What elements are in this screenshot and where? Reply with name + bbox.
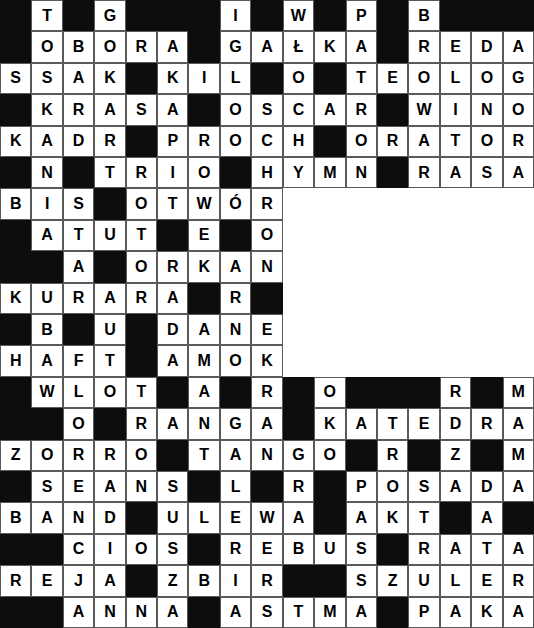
block-cell-r14c10: [283, 408, 314, 439]
letter-cell-r14c6[interactable]: A: [157, 408, 188, 439]
letter-cell-r16c5[interactable]: N: [126, 471, 157, 502]
letter-cell-r19c14[interactable]: U: [408, 565, 439, 596]
letter-cell-r9c3[interactable]: A: [63, 251, 94, 282]
letter-cell-r18c17[interactable]: A: [503, 534, 534, 565]
letter-cell-r20c15[interactable]: A: [440, 597, 471, 628]
letter-cell-r19c9[interactable]: R: [251, 565, 282, 596]
block-cell-r2c7: [188, 31, 219, 62]
letter-cell-r14c3[interactable]: O: [63, 408, 94, 439]
block-cell-r1c16: [471, 0, 502, 31]
letter-cell-r15c1[interactable]: Z: [0, 440, 31, 471]
letter-cell-r3c2[interactable]: S: [31, 63, 62, 94]
letter-cell-r8c9[interactable]: O: [251, 220, 282, 251]
letter-cell-r4c3[interactable]: R: [63, 94, 94, 125]
block-cell-r1c15: [440, 0, 471, 31]
void-cell: [408, 188, 439, 219]
letter-cell-r8c7[interactable]: E: [188, 220, 219, 251]
letter-cell-r16c10[interactable]: R: [283, 471, 314, 502]
letter-cell-r3c8[interactable]: L: [220, 63, 251, 94]
letter-cell-r5c2[interactable]: A: [31, 126, 62, 157]
letter-cell-r17c7[interactable]: L: [188, 502, 219, 533]
void-cell: [503, 188, 534, 219]
block-cell-r13c8: [220, 377, 251, 408]
letter-cell-r16c13[interactable]: O: [377, 471, 408, 502]
block-cell-r19c10: [283, 565, 314, 596]
letter-cell-r3c1[interactable]: S: [0, 63, 31, 94]
letter-cell-r20c11[interactable]: M: [314, 597, 345, 628]
letter-cell-r16c3[interactable]: E: [63, 471, 94, 502]
void-cell: [440, 251, 471, 282]
void-cell: [346, 283, 377, 314]
block-cell-r9c1: [0, 251, 31, 282]
block-cell-r18c13: [377, 534, 408, 565]
letter-cell-r7c7[interactable]: W: [188, 188, 219, 219]
letter-cell-r17c6[interactable]: U: [157, 502, 188, 533]
block-cell-r15c14: [408, 440, 439, 471]
letter-cell-r6c11[interactable]: M: [314, 157, 345, 188]
letter-cell-r3c12[interactable]: T: [346, 63, 377, 94]
letter-cell-r12c3[interactable]: F: [63, 345, 94, 376]
letter-cell-r10c5[interactable]: R: [126, 283, 157, 314]
letter-cell-r18c4[interactable]: I: [94, 534, 125, 565]
letter-cell-r2c3[interactable]: B: [63, 31, 94, 62]
letter-cell-r6c10[interactable]: Y: [283, 157, 314, 188]
letter-cell-r13c2[interactable]: W: [31, 377, 62, 408]
letter-cell-r9c5[interactable]: O: [126, 251, 157, 282]
block-cell-r16c1: [0, 471, 31, 502]
letter-cell-r14c9[interactable]: A: [251, 408, 282, 439]
letter-cell-r5c10[interactable]: H: [283, 126, 314, 157]
letter-cell-r20c3[interactable]: A: [63, 597, 94, 628]
letter-cell-r14c5[interactable]: R: [126, 408, 157, 439]
letter-cell-r2c15[interactable]: E: [440, 31, 471, 62]
letter-cell-r4c14[interactable]: W: [408, 94, 439, 125]
letter-cell-r17c10[interactable]: A: [283, 502, 314, 533]
letter-cell-r14c8[interactable]: G: [220, 408, 251, 439]
letter-cell-r7c3[interactable]: S: [63, 188, 94, 219]
block-cell-r5c11: [314, 126, 345, 157]
letter-cell-r4c15[interactable]: I: [440, 94, 471, 125]
letter-cell-r2c6[interactable]: A: [157, 31, 188, 62]
letter-cell-r4c10[interactable]: C: [283, 94, 314, 125]
letter-cell-r17c3[interactable]: N: [63, 502, 94, 533]
letter-cell-r1c14[interactable]: B: [408, 0, 439, 31]
letter-cell-r10c8[interactable]: R: [220, 283, 251, 314]
letter-cell-r1c8[interactable]: I: [220, 0, 251, 31]
block-cell-r1c17: [503, 0, 534, 31]
letter-cell-r20c16[interactable]: K: [471, 597, 502, 628]
letter-cell-r13c5[interactable]: T: [126, 377, 157, 408]
letter-cell-r2c9[interactable]: A: [251, 31, 282, 62]
letter-cell-r3c17[interactable]: G: [503, 63, 534, 94]
letter-cell-r7c2[interactable]: I: [31, 188, 62, 219]
letter-cell-r5c3[interactable]: D: [63, 126, 94, 157]
letter-cell-r10c4[interactable]: A: [94, 283, 125, 314]
block-cell-r3c11: [314, 63, 345, 94]
void-cell: [346, 220, 377, 251]
block-cell-r1c3: [63, 0, 94, 31]
letter-cell-r15c4[interactable]: R: [94, 440, 125, 471]
letter-cell-r13c15[interactable]: R: [440, 377, 471, 408]
letter-cell-r5c15[interactable]: T: [440, 126, 471, 157]
letter-cell-r18c11[interactable]: U: [314, 534, 345, 565]
letter-cell-r5c9[interactable]: C: [251, 126, 282, 157]
letter-cell-r5c1[interactable]: K: [0, 126, 31, 157]
block-cell-r10c7: [188, 283, 219, 314]
letter-cell-r18c10[interactable]: B: [283, 534, 314, 565]
letter-cell-r14c14[interactable]: E: [408, 408, 439, 439]
letter-cell-r18c3[interactable]: C: [63, 534, 94, 565]
block-cell-r4c1: [0, 94, 31, 125]
letter-cell-r16c6[interactable]: S: [157, 471, 188, 502]
void-cell: [440, 188, 471, 219]
letter-cell-r4c8[interactable]: O: [220, 94, 251, 125]
letter-cell-r12c6[interactable]: A: [157, 345, 188, 376]
letter-cell-r3c15[interactable]: L: [440, 63, 471, 94]
block-cell-r6c1: [0, 157, 31, 188]
letter-cell-r15c2[interactable]: O: [31, 440, 62, 471]
block-cell-r13c12: [346, 377, 377, 408]
letter-cell-r3c10[interactable]: O: [283, 63, 314, 94]
letter-cell-r11c2[interactable]: B: [31, 314, 62, 345]
letter-cell-r13c3[interactable]: L: [63, 377, 94, 408]
letter-cell-r14c11[interactable]: K: [314, 408, 345, 439]
letter-cell-r19c8[interactable]: I: [220, 565, 251, 596]
letter-cell-r19c17[interactable]: R: [503, 565, 534, 596]
letter-cell-r6c7[interactable]: O: [188, 157, 219, 188]
void-cell: [283, 345, 314, 376]
letter-cell-r5c17[interactable]: R: [503, 126, 534, 157]
letter-cell-r2c8[interactable]: G: [220, 31, 251, 62]
void-cell: [503, 314, 534, 345]
letter-cell-r18c8[interactable]: R: [220, 534, 251, 565]
letter-cell-r6c15[interactable]: A: [440, 157, 471, 188]
letter-cell-r19c13[interactable]: Z: [377, 565, 408, 596]
letter-cell-r12c2[interactable]: A: [31, 345, 62, 376]
letter-cell-r19c7[interactable]: B: [188, 565, 219, 596]
letter-cell-r10c2[interactable]: U: [31, 283, 62, 314]
void-cell: [471, 188, 502, 219]
letter-cell-r19c12[interactable]: S: [346, 565, 377, 596]
block-cell-r15c16: [471, 440, 502, 471]
letter-cell-r18c12[interactable]: S: [346, 534, 377, 565]
letter-cell-r12c7[interactable]: M: [188, 345, 219, 376]
letter-cell-r15c11[interactable]: O: [314, 440, 345, 471]
letter-cell-r3c16[interactable]: O: [471, 63, 502, 94]
letter-cell-r18c16[interactable]: T: [471, 534, 502, 565]
letter-cell-r6c16[interactable]: S: [471, 157, 502, 188]
letter-cell-r5c6[interactable]: P: [157, 126, 188, 157]
letter-cell-r16c4[interactable]: A: [94, 471, 125, 502]
letter-cell-r4c9[interactable]: S: [251, 94, 282, 125]
letter-cell-r17c12[interactable]: A: [346, 502, 377, 533]
void-cell: [283, 220, 314, 251]
block-cell-r13c1: [0, 377, 31, 408]
letter-cell-r14c12[interactable]: A: [346, 408, 377, 439]
letter-cell-r16c15[interactable]: A: [440, 471, 471, 502]
letter-cell-r20c4[interactable]: N: [94, 597, 125, 628]
letter-cell-r3c4[interactable]: K: [94, 63, 125, 94]
letter-cell-r14c13[interactable]: T: [377, 408, 408, 439]
block-cell-r20c7: [188, 597, 219, 628]
block-cell-r13c6: [157, 377, 188, 408]
letter-cell-r10c1[interactable]: K: [0, 283, 31, 314]
letter-cell-r19c2[interactable]: E: [31, 565, 62, 596]
letter-cell-r5c16[interactable]: O: [471, 126, 502, 157]
letter-cell-r18c15[interactable]: A: [440, 534, 471, 565]
letter-cell-r15c15[interactable]: Z: [440, 440, 471, 471]
letter-cell-r2c11[interactable]: K: [314, 31, 345, 62]
letter-cell-r9c6[interactable]: R: [157, 251, 188, 282]
letter-cell-r19c16[interactable]: E: [471, 565, 502, 596]
letter-cell-r20c5[interactable]: N: [126, 597, 157, 628]
letter-cell-r5c4[interactable]: R: [94, 126, 125, 157]
letter-cell-r9c9[interactable]: N: [251, 251, 282, 282]
letter-cell-r16c12[interactable]: P: [346, 471, 377, 502]
letter-cell-r5c13[interactable]: R: [377, 126, 408, 157]
letter-cell-r15c5[interactable]: O: [126, 440, 157, 471]
letter-cell-r20c6[interactable]: A: [157, 597, 188, 628]
void-cell: [283, 314, 314, 345]
letter-cell-r13c4[interactable]: O: [94, 377, 125, 408]
letter-cell-r12c9[interactable]: K: [251, 345, 282, 376]
block-cell-r8c8: [220, 220, 251, 251]
letter-cell-r2c10[interactable]: Ł: [283, 31, 314, 62]
letter-cell-r4c2[interactable]: K: [31, 94, 62, 125]
letter-cell-r19c6[interactable]: Z: [157, 565, 188, 596]
letter-cell-r7c9[interactable]: R: [251, 188, 282, 219]
letter-cell-r2c14[interactable]: R: [408, 31, 439, 62]
void-cell: [346, 314, 377, 345]
letter-cell-r8c4[interactable]: U: [94, 220, 125, 251]
letter-cell-r2c4[interactable]: O: [94, 31, 125, 62]
letter-cell-r11c4[interactable]: U: [94, 314, 125, 345]
letter-cell-r16c16[interactable]: D: [471, 471, 502, 502]
void-cell: [503, 220, 534, 251]
letter-cell-r2c5[interactable]: R: [126, 31, 157, 62]
void-cell: [471, 314, 502, 345]
block-cell-r9c2: [31, 251, 62, 282]
letter-cell-r20c8[interactable]: A: [220, 597, 251, 628]
letter-cell-r6c2[interactable]: N: [31, 157, 62, 188]
block-cell-r18c2: [31, 534, 62, 565]
letter-cell-r4c11[interactable]: A: [314, 94, 345, 125]
letter-cell-r15c13[interactable]: R: [377, 440, 408, 471]
letter-cell-r6c12[interactable]: N: [346, 157, 377, 188]
letter-cell-r7c8[interactable]: Ó: [220, 188, 251, 219]
letter-cell-r1c2[interactable]: T: [31, 0, 62, 31]
letter-cell-r13c17[interactable]: M: [503, 377, 534, 408]
letter-cell-r14c7[interactable]: N: [188, 408, 219, 439]
letter-cell-r13c7[interactable]: A: [188, 377, 219, 408]
letter-cell-r12c8[interactable]: O: [220, 345, 251, 376]
letter-cell-r19c1[interactable]: R: [0, 565, 31, 596]
void-cell: [377, 188, 408, 219]
letter-cell-r15c8[interactable]: A: [220, 440, 251, 471]
block-cell-r12c5: [126, 345, 157, 376]
letter-cell-r17c16[interactable]: A: [471, 502, 502, 533]
letter-cell-r6c17[interactable]: A: [503, 157, 534, 188]
letter-cell-r17c13[interactable]: K: [377, 502, 408, 533]
void-cell: [408, 345, 439, 376]
letter-cell-r10c3[interactable]: R: [63, 283, 94, 314]
letter-cell-r16c2[interactable]: S: [31, 471, 62, 502]
letter-cell-r11c7[interactable]: A: [188, 314, 219, 345]
void-cell: [408, 220, 439, 251]
letter-cell-r8c2[interactable]: A: [31, 220, 62, 251]
letter-cell-r3c14[interactable]: O: [408, 63, 439, 94]
void-cell: [314, 188, 345, 219]
letter-cell-r3c3[interactable]: A: [63, 63, 94, 94]
letter-cell-r4c4[interactable]: A: [94, 94, 125, 125]
letter-cell-r18c5[interactable]: O: [126, 534, 157, 565]
block-cell-r20c1: [0, 597, 31, 628]
letter-cell-r6c6[interactable]: I: [157, 157, 188, 188]
letter-cell-r20c12[interactable]: A: [346, 597, 377, 628]
letter-cell-r15c7[interactable]: T: [188, 440, 219, 471]
letter-cell-r5c12[interactable]: O: [346, 126, 377, 157]
letter-cell-r9c7[interactable]: K: [188, 251, 219, 282]
block-cell-r3c5: [126, 63, 157, 94]
void-cell: [440, 283, 471, 314]
letter-cell-r4c12[interactable]: R: [346, 94, 377, 125]
void-cell: [471, 220, 502, 251]
void-cell: [503, 251, 534, 282]
letter-cell-r11c9[interactable]: E: [251, 314, 282, 345]
block-cell-r17c5: [126, 502, 157, 533]
block-cell-r9c4: [94, 251, 125, 282]
void-cell: [283, 251, 314, 282]
block-cell-r6c8: [220, 157, 251, 188]
letter-cell-r2c17[interactable]: A: [503, 31, 534, 62]
letter-cell-r2c12[interactable]: A: [346, 31, 377, 62]
letter-cell-r14c17[interactable]: A: [503, 408, 534, 439]
letter-cell-r2c2[interactable]: O: [31, 31, 62, 62]
letter-cell-r15c9[interactable]: N: [251, 440, 282, 471]
letter-cell-r5c7[interactable]: R: [188, 126, 219, 157]
letter-cell-r8c5[interactable]: T: [126, 220, 157, 251]
block-cell-r1c1: [0, 0, 31, 31]
letter-cell-r18c9[interactable]: E: [251, 534, 282, 565]
letter-cell-r18c14[interactable]: R: [408, 534, 439, 565]
letter-cell-r11c8[interactable]: N: [220, 314, 251, 345]
letter-cell-r15c10[interactable]: G: [283, 440, 314, 471]
letter-cell-r12c1[interactable]: H: [0, 345, 31, 376]
letter-cell-r7c1[interactable]: B: [0, 188, 31, 219]
letter-cell-r16c8[interactable]: L: [220, 471, 251, 502]
letter-cell-r16c17[interactable]: A: [503, 471, 534, 502]
letter-cell-r19c3[interactable]: J: [63, 565, 94, 596]
block-cell-r4c7: [188, 94, 219, 125]
block-cell-r20c2: [31, 597, 62, 628]
letter-cell-r4c5[interactable]: S: [126, 94, 157, 125]
letter-cell-r13c11[interactable]: O: [314, 377, 345, 408]
block-cell-r20c13: [377, 597, 408, 628]
block-cell-r2c13: [377, 31, 408, 62]
letter-cell-r18c6[interactable]: S: [157, 534, 188, 565]
letter-cell-r17c1[interactable]: B: [0, 502, 31, 533]
void-cell: [346, 188, 377, 219]
letter-cell-r19c4[interactable]: A: [94, 565, 125, 596]
letter-cell-r3c13[interactable]: E: [377, 63, 408, 94]
letter-cell-r17c2[interactable]: A: [31, 502, 62, 533]
letter-cell-r6c9[interactable]: H: [251, 157, 282, 188]
letter-cell-r7c5[interactable]: O: [126, 188, 157, 219]
block-cell-r8c1: [0, 220, 31, 251]
void-cell: [377, 283, 408, 314]
letter-cell-r4c6[interactable]: A: [157, 94, 188, 125]
letter-cell-r3c6[interactable]: K: [157, 63, 188, 94]
letter-cell-r3c7[interactable]: I: [188, 63, 219, 94]
block-cell-r7c4: [94, 188, 125, 219]
void-cell: [314, 345, 345, 376]
letter-cell-r20c17[interactable]: A: [503, 597, 534, 628]
letter-cell-r1c4[interactable]: G: [94, 0, 125, 31]
letter-cell-r15c3[interactable]: R: [63, 440, 94, 471]
letter-cell-r17c9[interactable]: W: [251, 502, 282, 533]
letter-cell-r17c8[interactable]: E: [220, 502, 251, 533]
letter-cell-r20c10[interactable]: T: [283, 597, 314, 628]
letter-cell-r14c15[interactable]: D: [440, 408, 471, 439]
letter-cell-r12c4[interactable]: T: [94, 345, 125, 376]
letter-cell-r17c14[interactable]: T: [408, 502, 439, 533]
void-cell: [314, 220, 345, 251]
void-cell: [314, 314, 345, 345]
block-cell-r5c5: [126, 126, 157, 157]
letter-cell-r6c5[interactable]: R: [126, 157, 157, 188]
letter-cell-r19c15[interactable]: L: [440, 565, 471, 596]
block-cell-r3c9: [251, 63, 282, 94]
void-cell: [440, 314, 471, 345]
block-cell-r1c7: [188, 0, 219, 31]
void-cell: [314, 283, 345, 314]
letter-cell-r20c14[interactable]: P: [408, 597, 439, 628]
letter-cell-r4c16[interactable]: N: [471, 94, 502, 125]
letter-cell-r1c12[interactable]: P: [346, 0, 377, 31]
letter-cell-r15c17[interactable]: M: [503, 440, 534, 471]
letter-cell-r11c6[interactable]: D: [157, 314, 188, 345]
void-cell: [283, 283, 314, 314]
letter-cell-r14c16[interactable]: R: [471, 408, 502, 439]
block-cell-r6c13: [377, 157, 408, 188]
letter-cell-r5c14[interactable]: A: [408, 126, 439, 157]
letter-cell-r7c6[interactable]: T: [157, 188, 188, 219]
letter-cell-r2c16[interactable]: D: [471, 31, 502, 62]
letter-cell-r6c4[interactable]: T: [94, 157, 125, 188]
letter-cell-r4c17[interactable]: O: [503, 94, 534, 125]
void-cell: [471, 345, 502, 376]
block-cell-r11c5: [126, 314, 157, 345]
block-cell-r13c16: [471, 377, 502, 408]
letter-cell-r16c14[interactable]: S: [408, 471, 439, 502]
letter-cell-r17c4[interactable]: D: [94, 502, 125, 533]
letter-cell-r1c10[interactable]: W: [283, 0, 314, 31]
letter-cell-r20c9[interactable]: S: [251, 597, 282, 628]
block-cell-r14c2: [31, 408, 62, 439]
block-cell-r13c13: [377, 377, 408, 408]
letter-cell-r9c8[interactable]: A: [220, 251, 251, 282]
letter-cell-r6c14[interactable]: R: [408, 157, 439, 188]
letter-cell-r10c6[interactable]: A: [157, 283, 188, 314]
letter-cell-r13c9[interactable]: R: [251, 377, 282, 408]
block-cell-r11c3: [63, 314, 94, 345]
block-cell-r19c5: [126, 565, 157, 596]
block-cell-r17c11: [314, 502, 345, 533]
letter-cell-r8c3[interactable]: T: [63, 220, 94, 251]
letter-cell-r5c8[interactable]: O: [220, 126, 251, 157]
block-cell-r17c17: [503, 502, 534, 533]
block-cell-r2c1: [0, 31, 31, 62]
